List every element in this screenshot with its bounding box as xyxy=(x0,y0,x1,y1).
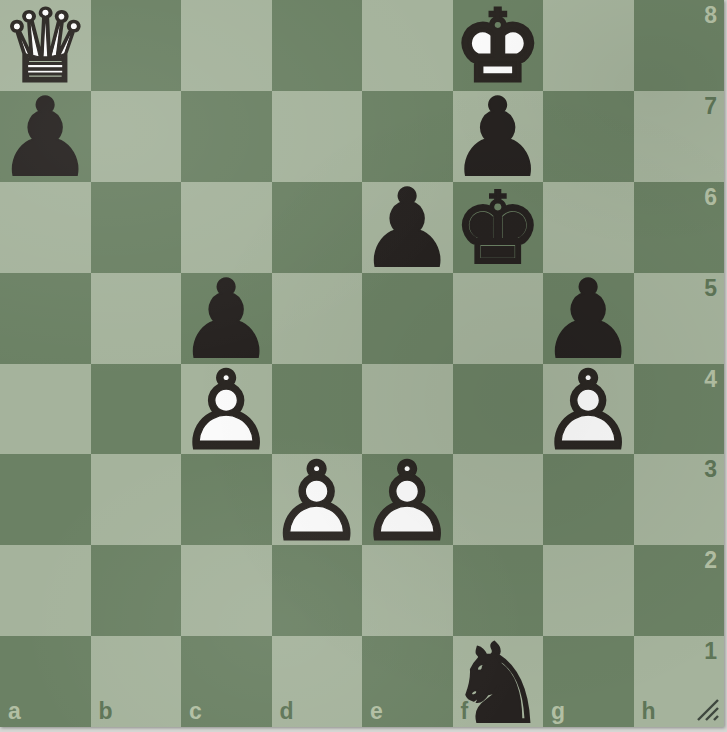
black-pawn[interactable]: ♟ xyxy=(0,91,91,182)
square-h6[interactable]: 6 xyxy=(634,182,725,273)
square-g5[interactable]: ♟ xyxy=(543,273,634,364)
rank-label-1: 1 xyxy=(704,640,717,663)
square-a8[interactable]: ♛♕ xyxy=(0,0,91,91)
square-a3[interactable] xyxy=(0,454,91,545)
file-label-e: e xyxy=(370,700,383,723)
square-e6[interactable]: ♟ xyxy=(362,182,453,273)
square-h4[interactable]: 4 xyxy=(634,364,725,455)
square-c6[interactable] xyxy=(181,182,272,273)
white-pawn[interactable]: ♟♙ xyxy=(181,364,272,455)
square-h5[interactable]: 5 xyxy=(634,273,725,364)
black-king-glyph: ♚ xyxy=(453,184,544,275)
square-e4[interactable] xyxy=(362,364,453,455)
square-d8[interactable] xyxy=(272,0,363,91)
black-pawn[interactable]: ♟ xyxy=(453,91,544,182)
square-f3[interactable] xyxy=(453,454,544,545)
white-pawn-outline-glyph: ♙ xyxy=(181,366,272,457)
square-d7[interactable] xyxy=(272,91,363,182)
square-g4[interactable]: ♟♙ xyxy=(543,364,634,455)
square-h8[interactable]: 8 xyxy=(634,0,725,91)
square-b6[interactable] xyxy=(91,182,182,273)
square-g1[interactable]: g xyxy=(543,636,634,727)
square-c5[interactable]: ♟ xyxy=(181,273,272,364)
rank-label-8: 8 xyxy=(704,4,717,27)
square-a4[interactable] xyxy=(0,364,91,455)
square-a1[interactable]: a xyxy=(0,636,91,727)
square-b3[interactable] xyxy=(91,454,182,545)
chess-board: ♛♕♚♔8♟♟7♟♚6♟♟5♟♙♟♙4♟♙♟♙32abcde♞fg1h xyxy=(0,0,724,727)
square-c2[interactable] xyxy=(181,545,272,636)
square-f4[interactable] xyxy=(453,364,544,455)
black-pawn-glyph: ♟ xyxy=(181,275,272,366)
square-d4[interactable] xyxy=(272,364,363,455)
square-f2[interactable] xyxy=(453,545,544,636)
file-label-b: b xyxy=(99,700,113,723)
square-b7[interactable] xyxy=(91,91,182,182)
white-queen[interactable]: ♛♕ xyxy=(0,0,91,91)
square-e5[interactable] xyxy=(362,273,453,364)
square-f8[interactable]: ♚♔ xyxy=(453,0,544,91)
white-pawn-outline-glyph: ♙ xyxy=(362,456,453,547)
white-pawn-outline-glyph: ♙ xyxy=(272,456,363,547)
square-c1[interactable]: c xyxy=(181,636,272,727)
square-b5[interactable] xyxy=(91,273,182,364)
file-label-g: g xyxy=(551,700,565,723)
black-pawn-glyph: ♟ xyxy=(362,184,453,275)
square-e2[interactable] xyxy=(362,545,453,636)
white-king-outline-glyph: ♔ xyxy=(453,2,544,93)
square-a6[interactable] xyxy=(0,182,91,273)
black-pawn[interactable]: ♟ xyxy=(362,182,453,273)
square-d6[interactable] xyxy=(272,182,363,273)
file-label-a: a xyxy=(8,700,21,723)
square-a2[interactable] xyxy=(0,545,91,636)
white-queen-glyph: ♛ xyxy=(0,2,91,93)
square-b2[interactable] xyxy=(91,545,182,636)
square-e1[interactable]: e xyxy=(362,636,453,727)
white-king-glyph: ♚ xyxy=(453,2,544,93)
white-pawn-glyph: ♟ xyxy=(543,366,634,457)
black-pawn-glyph: ♟ xyxy=(543,275,634,366)
square-f5[interactable] xyxy=(453,273,544,364)
black-pawn[interactable]: ♟ xyxy=(181,273,272,364)
file-label-c: c xyxy=(189,700,202,723)
square-e7[interactable] xyxy=(362,91,453,182)
square-g8[interactable] xyxy=(543,0,634,91)
white-pawn[interactable]: ♟♙ xyxy=(543,364,634,455)
square-d5[interactable] xyxy=(272,273,363,364)
rank-label-5: 5 xyxy=(704,277,717,300)
square-d3[interactable]: ♟♙ xyxy=(272,454,363,545)
square-b8[interactable] xyxy=(91,0,182,91)
square-e8[interactable] xyxy=(362,0,453,91)
white-king[interactable]: ♚♔ xyxy=(453,0,544,91)
board-resize-handle-icon[interactable] xyxy=(694,696,720,722)
square-f7[interactable]: ♟ xyxy=(453,91,544,182)
square-c4[interactable]: ♟♙ xyxy=(181,364,272,455)
square-b1[interactable]: b xyxy=(91,636,182,727)
black-pawn[interactable]: ♟ xyxy=(543,273,634,364)
file-label-f: f xyxy=(461,700,469,723)
square-c7[interactable] xyxy=(181,91,272,182)
square-h3[interactable]: 3 xyxy=(634,454,725,545)
rank-label-6: 6 xyxy=(704,186,717,209)
square-f1[interactable]: ♞f xyxy=(453,636,544,727)
file-label-h: h xyxy=(642,700,656,723)
white-pawn-glyph: ♟ xyxy=(272,456,363,547)
square-f6[interactable]: ♚ xyxy=(453,182,544,273)
rank-label-2: 2 xyxy=(704,549,717,572)
square-d2[interactable] xyxy=(272,545,363,636)
square-a7[interactable]: ♟ xyxy=(0,91,91,182)
rank-label-3: 3 xyxy=(704,458,717,481)
square-e3[interactable]: ♟♙ xyxy=(362,454,453,545)
white-pawn-outline-glyph: ♙ xyxy=(543,366,634,457)
square-g3[interactable] xyxy=(543,454,634,545)
square-g2[interactable] xyxy=(543,545,634,636)
square-h2[interactable]: 2 xyxy=(634,545,725,636)
square-c3[interactable] xyxy=(181,454,272,545)
white-queen-outline-glyph: ♕ xyxy=(0,2,91,93)
white-pawn-glyph: ♟ xyxy=(181,366,272,457)
square-b4[interactable] xyxy=(91,364,182,455)
black-pawn-glyph: ♟ xyxy=(0,93,91,184)
white-pawn-glyph: ♟ xyxy=(362,456,453,547)
rank-label-4: 4 xyxy=(704,368,717,391)
square-d1[interactable]: d xyxy=(272,636,363,727)
white-pawn[interactable]: ♟♙ xyxy=(362,454,453,545)
square-g7[interactable] xyxy=(543,91,634,182)
square-c8[interactable] xyxy=(181,0,272,91)
rank-label-7: 7 xyxy=(704,95,717,118)
square-g6[interactable] xyxy=(543,182,634,273)
black-pawn-glyph: ♟ xyxy=(453,93,544,184)
square-a5[interactable] xyxy=(0,273,91,364)
file-label-d: d xyxy=(280,700,294,723)
white-pawn[interactable]: ♟♙ xyxy=(272,454,363,545)
square-h7[interactable]: 7 xyxy=(634,91,725,182)
black-king[interactable]: ♚ xyxy=(453,182,544,273)
